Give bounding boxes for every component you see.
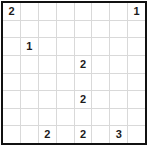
cell-r1c8: 1 [128, 3, 145, 20]
cell-r6c3[interactable] [39, 91, 56, 108]
cell-r2c3[interactable] [39, 21, 56, 38]
cell-r2c8[interactable] [128, 21, 145, 38]
cell-r2c1[interactable] [3, 21, 20, 38]
cell-r4c4[interactable] [57, 56, 74, 73]
cell-r6c7[interactable] [110, 91, 127, 108]
cell-r2c4[interactable] [57, 21, 74, 38]
cell-r7c6[interactable] [92, 109, 109, 126]
cell-r2c6[interactable] [92, 21, 109, 38]
cell-r2c7[interactable] [110, 21, 127, 38]
cell-r8c1[interactable] [3, 126, 20, 143]
cell-r3c4[interactable] [57, 38, 74, 55]
cell-r6c1[interactable] [3, 91, 20, 108]
cell-r4c5: 2 [75, 56, 92, 73]
cell-r3c7[interactable] [110, 38, 127, 55]
cell-r8c8[interactable] [128, 126, 145, 143]
cell-r1c1: 2 [3, 3, 20, 20]
cell-r6c5: 2 [75, 91, 92, 108]
cell-r2c2[interactable] [21, 21, 38, 38]
puzzle-board: 21122223 [1, 1, 147, 145]
cell-r8c4[interactable] [57, 126, 74, 143]
cell-r4c8[interactable] [128, 56, 145, 73]
cell-r7c7[interactable] [110, 109, 127, 126]
cell-r7c2[interactable] [21, 109, 38, 126]
cell-r5c3[interactable] [39, 74, 56, 91]
cell-r5c7[interactable] [110, 74, 127, 91]
cell-r7c3[interactable] [39, 109, 56, 126]
cell-r6c8[interactable] [128, 91, 145, 108]
cell-r4c2[interactable] [21, 56, 38, 73]
cell-r3c3[interactable] [39, 38, 56, 55]
cell-r4c7[interactable] [110, 56, 127, 73]
cell-r8c2[interactable] [21, 126, 38, 143]
cell-r1c2[interactable] [21, 3, 38, 20]
cell-r5c2[interactable] [21, 74, 38, 91]
cell-r7c4[interactable] [57, 109, 74, 126]
cell-r5c5[interactable] [75, 74, 92, 91]
cell-r7c8[interactable] [128, 109, 145, 126]
cell-r3c2: 1 [21, 38, 38, 55]
cell-r1c7[interactable] [110, 3, 127, 20]
cell-r5c8[interactable] [128, 74, 145, 91]
cell-r7c5[interactable] [75, 109, 92, 126]
cell-r8c3: 2 [39, 126, 56, 143]
cell-r6c4[interactable] [57, 91, 74, 108]
cell-r5c4[interactable] [57, 74, 74, 91]
cell-r1c4[interactable] [57, 3, 74, 20]
cell-r4c3[interactable] [39, 56, 56, 73]
cell-r5c6[interactable] [92, 74, 109, 91]
cell-r3c8[interactable] [128, 38, 145, 55]
cell-r6c2[interactable] [21, 91, 38, 108]
cell-r1c3[interactable] [39, 3, 56, 20]
cell-r1c5[interactable] [75, 3, 92, 20]
cell-r5c1[interactable] [3, 74, 20, 91]
cell-r3c1[interactable] [3, 38, 20, 55]
cell-r8c6[interactable] [92, 126, 109, 143]
cell-r2c5[interactable] [75, 21, 92, 38]
cell-r1c6[interactable] [92, 3, 109, 20]
cell-r7c1[interactable] [3, 109, 20, 126]
cell-r3c6[interactable] [92, 38, 109, 55]
cell-r8c7: 3 [110, 126, 127, 143]
cell-r4c6[interactable] [92, 56, 109, 73]
cell-r3c5[interactable] [75, 38, 92, 55]
cell-r4c1[interactable] [3, 56, 20, 73]
cell-r6c6[interactable] [92, 91, 109, 108]
cell-r8c5: 2 [75, 126, 92, 143]
